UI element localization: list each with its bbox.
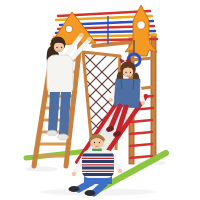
- shadow: [26, 167, 58, 172]
- top-back-rail: [93, 42, 131, 46]
- girl-left-hand: [87, 37, 91, 41]
- girl-left-jeans: [48, 92, 60, 131]
- girl-right-face: [123, 67, 133, 77]
- boy-eye: [94, 142, 95, 143]
- child-girl-climbing: [44, 33, 91, 140]
- girl-left-sneaker: [58, 134, 69, 140]
- girl-right-overalls: [114, 79, 140, 108]
- girl-left-eye: [61, 47, 62, 48]
- boy-eye: [99, 142, 100, 143]
- boy-striped-sweater: [79, 148, 117, 180]
- tower-crossbar: [131, 58, 153, 60]
- product-photo-children-play-gym: [0, 0, 200, 200]
- girl-right-eye: [130, 72, 131, 73]
- boy-sneaker: [69, 186, 80, 192]
- triangle-hole: [65, 25, 72, 32]
- boy-hand: [118, 169, 122, 173]
- girl-left-eye: [56, 47, 57, 48]
- girl-left-sneaker: [47, 130, 57, 136]
- girl-right-hand: [109, 98, 113, 102]
- girl-left-sweater: [47, 55, 73, 95]
- rocket-hole: [137, 21, 145, 29]
- girl-right-hand: [141, 101, 145, 105]
- boy-hand: [72, 172, 76, 176]
- boy-sneaker: [85, 190, 96, 196]
- net-frame-top: [83, 52, 120, 56]
- boy-collar: [92, 149, 102, 152]
- girl-left-hand: [79, 33, 83, 37]
- boy-jeans-leg: [79, 182, 92, 189]
- girl-right-eye: [125, 72, 126, 73]
- play-gym-illustration: [0, 0, 200, 200]
